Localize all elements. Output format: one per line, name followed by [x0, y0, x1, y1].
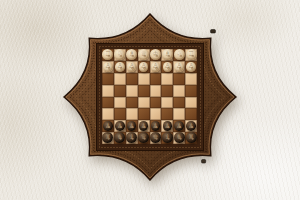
square-r5c2[interactable]: [114, 97, 126, 109]
square-r1c8[interactable]: ♖: [185, 49, 197, 61]
square-r3c6[interactable]: [161, 73, 173, 85]
square-r3c8[interactable]: [185, 73, 197, 85]
piece-black-pawn[interactable]: ♟: [139, 121, 149, 131]
piece-black-pawn[interactable]: ♟: [186, 121, 196, 131]
square-r2c3[interactable]: ♙: [126, 61, 138, 73]
square-r4c6[interactable]: [161, 85, 173, 97]
chess-grid: ♖♘♗♕♔♗♘♖♙♙♙♙♙♙♙♙♟♟♟♟♟♟♟♟♜♞♝♛♚♝♞♜: [102, 49, 197, 144]
square-r8c1[interactable]: ♜: [102, 132, 114, 144]
square-r8c8[interactable]: ♜: [185, 132, 197, 144]
square-r5c5[interactable]: [150, 97, 162, 109]
square-r7c4[interactable]: ♟: [138, 120, 150, 132]
piece-black-pawn[interactable]: ♟: [151, 121, 161, 131]
square-r5c4[interactable]: [138, 97, 150, 109]
piece-white-pawn[interactable]: ♙: [127, 62, 137, 72]
square-r7c3[interactable]: ♟: [126, 120, 138, 132]
square-r6c3[interactable]: [126, 108, 138, 120]
square-r2c2[interactable]: ♙: [114, 61, 126, 73]
square-r4c3[interactable]: [126, 85, 138, 97]
square-r8c3[interactable]: ♝: [126, 132, 138, 144]
square-r4c7[interactable]: [173, 85, 185, 97]
piece-white-pawn[interactable]: ♙: [115, 62, 125, 72]
photo-chess-set-on-fur: ♖♘♗♕♔♗♘♖♙♙♙♙♙♙♙♙♟♟♟♟♟♟♟♟♜♞♝♛♚♝♞♜: [0, 0, 300, 200]
square-r1c7[interactable]: ♘: [173, 49, 185, 61]
square-r3c2[interactable]: [114, 73, 126, 85]
square-r8c5[interactable]: ♚: [150, 132, 162, 144]
piece-black-pawn[interactable]: ♟: [115, 121, 125, 131]
piece-white-pawn[interactable]: ♙: [186, 62, 196, 72]
square-r2c8[interactable]: ♙: [185, 61, 197, 73]
piece-black-rook[interactable]: ♜: [102, 132, 113, 143]
square-r1c5[interactable]: ♔: [150, 49, 162, 61]
piece-white-knight[interactable]: ♘: [174, 49, 185, 60]
piece-white-pawn[interactable]: ♙: [103, 62, 113, 72]
square-r2c1[interactable]: ♙: [102, 61, 114, 73]
piece-white-rook[interactable]: ♖: [102, 49, 113, 60]
piece-black-pawn[interactable]: ♟: [163, 121, 173, 131]
square-r6c4[interactable]: [138, 108, 150, 120]
square-r5c1[interactable]: [102, 97, 114, 109]
square-r2c6[interactable]: ♙: [161, 61, 173, 73]
piece-white-queen[interactable]: ♕: [138, 49, 149, 60]
piece-black-pawn[interactable]: ♟: [127, 121, 137, 131]
piece-black-bishop[interactable]: ♝: [126, 132, 137, 143]
piece-black-bishop[interactable]: ♝: [162, 132, 173, 143]
square-r5c6[interactable]: [161, 97, 173, 109]
piece-black-pawn[interactable]: ♟: [103, 121, 113, 131]
piece-white-knight[interactable]: ♘: [114, 49, 125, 60]
square-r8c6[interactable]: ♝: [161, 132, 173, 144]
square-r1c3[interactable]: ♗: [126, 49, 138, 61]
square-r6c5[interactable]: [150, 108, 162, 120]
square-r4c8[interactable]: [185, 85, 197, 97]
square-r6c6[interactable]: [161, 108, 173, 120]
piece-white-bishop[interactable]: ♗: [126, 49, 137, 60]
square-r7c1[interactable]: ♟: [102, 120, 114, 132]
square-r7c2[interactable]: ♟: [114, 120, 126, 132]
square-r8c7[interactable]: ♞: [173, 132, 185, 144]
square-r4c4[interactable]: [138, 85, 150, 97]
square-r8c4[interactable]: ♛: [138, 132, 150, 144]
square-r7c6[interactable]: ♟: [161, 120, 173, 132]
piece-white-pawn[interactable]: ♙: [174, 62, 184, 72]
piece-black-queen[interactable]: ♛: [138, 132, 149, 143]
square-r2c4[interactable]: ♙: [138, 61, 150, 73]
piece-white-king[interactable]: ♔: [150, 49, 161, 60]
square-r7c8[interactable]: ♟: [185, 120, 197, 132]
square-r8c2[interactable]: ♞: [114, 132, 126, 144]
chess-board: ♖♘♗♕♔♗♘♖♙♙♙♙♙♙♙♙♟♟♟♟♟♟♟♟♜♞♝♛♚♝♞♜: [0, 0, 300, 200]
square-r5c8[interactable]: [185, 97, 197, 109]
square-r6c2[interactable]: [114, 108, 126, 120]
piece-black-pawn[interactable]: ♟: [174, 121, 184, 131]
square-r6c1[interactable]: [102, 108, 114, 120]
square-r1c2[interactable]: ♘: [114, 49, 126, 61]
square-r6c7[interactable]: [173, 108, 185, 120]
square-r7c7[interactable]: ♟: [173, 120, 185, 132]
hinge-knob: [211, 30, 216, 34]
square-r5c3[interactable]: [126, 97, 138, 109]
square-r2c7[interactable]: ♙: [173, 61, 185, 73]
square-r4c5[interactable]: [150, 85, 162, 97]
square-r3c4[interactable]: [138, 73, 150, 85]
square-r3c1[interactable]: [102, 73, 114, 85]
piece-white-rook[interactable]: ♖: [186, 49, 197, 60]
piece-black-knight[interactable]: ♞: [114, 132, 125, 143]
square-r3c3[interactable]: [126, 73, 138, 85]
square-r1c1[interactable]: ♖: [102, 49, 114, 61]
square-r4c2[interactable]: [114, 85, 126, 97]
square-r7c5[interactable]: ♟: [150, 120, 162, 132]
square-r1c4[interactable]: ♕: [138, 49, 150, 61]
square-r3c5[interactable]: [150, 73, 162, 85]
clasp-latch: [202, 160, 206, 164]
square-r6c8[interactable]: [185, 108, 197, 120]
piece-black-king[interactable]: ♚: [150, 132, 161, 143]
square-r1c6[interactable]: ♗: [161, 49, 173, 61]
square-r3c7[interactable]: [173, 73, 185, 85]
piece-black-knight[interactable]: ♞: [174, 132, 185, 143]
square-r5c7[interactable]: [173, 97, 185, 109]
piece-white-pawn[interactable]: ♙: [163, 62, 173, 72]
piece-black-rook[interactable]: ♜: [186, 132, 197, 143]
square-r4c1[interactable]: [102, 85, 114, 97]
piece-white-pawn[interactable]: ♙: [139, 62, 149, 72]
square-r2c5[interactable]: ♙: [150, 61, 162, 73]
piece-white-bishop[interactable]: ♗: [162, 49, 173, 60]
piece-white-pawn[interactable]: ♙: [151, 62, 161, 72]
